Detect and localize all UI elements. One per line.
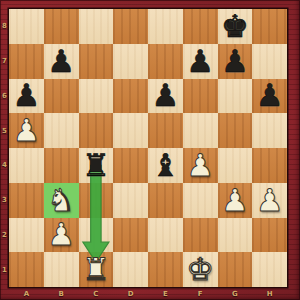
square-c1[interactable]: ♜ [79, 252, 114, 287]
square-e3[interactable] [148, 183, 183, 218]
rank-label-3: 3 [0, 183, 9, 218]
square-e2[interactable] [148, 218, 183, 253]
square-f6[interactable] [183, 79, 218, 114]
square-g1[interactable] [218, 252, 253, 287]
square-f8[interactable] [183, 9, 218, 44]
square-e6[interactable]: ♟ [148, 79, 183, 114]
square-h2[interactable] [252, 218, 287, 253]
square-a1[interactable] [9, 252, 44, 287]
square-d1[interactable] [113, 252, 148, 287]
file-label-c: C [79, 287, 114, 300]
file-label-f: F [183, 287, 218, 300]
square-c6[interactable] [79, 79, 114, 114]
square-b4[interactable] [44, 148, 79, 183]
square-b2[interactable]: ♟ [44, 218, 79, 253]
rank-coordinates: 87654321 [0, 9, 9, 287]
square-d8[interactable] [113, 9, 148, 44]
white-pawn[interactable]: ♟ [256, 185, 284, 216]
square-d3[interactable] [113, 183, 148, 218]
black-king[interactable]: ♚ [221, 11, 249, 42]
square-d6[interactable] [113, 79, 148, 114]
chess-board[interactable]: ♚♟♟♟♟♟♟♟♜♝♟♞♟♟♟♜♚ [9, 9, 287, 287]
square-g4[interactable] [218, 148, 253, 183]
square-d7[interactable] [113, 44, 148, 79]
square-f5[interactable] [183, 113, 218, 148]
rank-label-4: 4 [0, 148, 9, 183]
square-e5[interactable] [148, 113, 183, 148]
white-pawn[interactable]: ♟ [186, 150, 214, 181]
square-b1[interactable] [44, 252, 79, 287]
square-h1[interactable] [252, 252, 287, 287]
square-g7[interactable]: ♟ [218, 44, 253, 79]
square-e1[interactable] [148, 252, 183, 287]
square-a3[interactable] [9, 183, 44, 218]
black-pawn[interactable]: ♟ [221, 46, 249, 77]
square-c2[interactable] [79, 218, 114, 253]
white-king[interactable]: ♚ [186, 254, 214, 285]
square-f3[interactable] [183, 183, 218, 218]
square-b8[interactable] [44, 9, 79, 44]
rank-label-6: 6 [0, 79, 9, 114]
square-b5[interactable] [44, 113, 79, 148]
file-label-d: D [113, 287, 148, 300]
file-label-h: H [252, 287, 287, 300]
file-coordinates: ABCDEFGH [9, 287, 287, 300]
white-pawn[interactable]: ♟ [47, 219, 75, 250]
square-h3[interactable]: ♟ [252, 183, 287, 218]
square-h4[interactable] [252, 148, 287, 183]
square-b6[interactable] [44, 79, 79, 114]
rank-label-1: 1 [0, 252, 9, 287]
file-label-b: B [44, 287, 79, 300]
black-pawn[interactable]: ♟ [12, 80, 40, 111]
file-label-a: A [9, 287, 44, 300]
square-a4[interactable] [9, 148, 44, 183]
square-e7[interactable] [148, 44, 183, 79]
square-g3[interactable]: ♟ [218, 183, 253, 218]
square-f4[interactable]: ♟ [183, 148, 218, 183]
square-d2[interactable] [113, 218, 148, 253]
square-g8[interactable]: ♚ [218, 9, 253, 44]
square-c7[interactable] [79, 44, 114, 79]
square-a6[interactable]: ♟ [9, 79, 44, 114]
rank-label-5: 5 [0, 113, 9, 148]
white-pawn[interactable]: ♟ [221, 185, 249, 216]
rank-label-7: 7 [0, 44, 9, 79]
square-e4[interactable]: ♝ [148, 148, 183, 183]
square-a8[interactable] [9, 9, 44, 44]
square-f2[interactable] [183, 218, 218, 253]
black-pawn[interactable]: ♟ [47, 46, 75, 77]
square-c3[interactable] [79, 183, 114, 218]
square-c8[interactable] [79, 9, 114, 44]
square-a2[interactable] [9, 218, 44, 253]
black-rook[interactable]: ♜ [82, 150, 110, 181]
square-a5[interactable]: ♟ [9, 113, 44, 148]
square-c4[interactable]: ♜ [79, 148, 114, 183]
white-knight[interactable]: ♞ [47, 185, 75, 216]
square-g6[interactable] [218, 79, 253, 114]
square-g2[interactable] [218, 218, 253, 253]
square-d4[interactable] [113, 148, 148, 183]
square-c5[interactable] [79, 113, 114, 148]
square-g5[interactable] [218, 113, 253, 148]
black-pawn[interactable]: ♟ [256, 80, 284, 111]
square-h7[interactable] [252, 44, 287, 79]
white-rook[interactable]: ♜ [82, 254, 110, 285]
square-h8[interactable] [252, 9, 287, 44]
rank-label-2: 2 [0, 218, 9, 253]
square-h5[interactable] [252, 113, 287, 148]
square-a7[interactable] [9, 44, 44, 79]
black-pawn[interactable]: ♟ [186, 46, 214, 77]
black-bishop[interactable]: ♝ [151, 150, 179, 181]
square-f7[interactable]: ♟ [183, 44, 218, 79]
file-label-g: G [218, 287, 253, 300]
square-e8[interactable] [148, 9, 183, 44]
square-b7[interactable]: ♟ [44, 44, 79, 79]
black-pawn[interactable]: ♟ [151, 80, 179, 111]
square-b3[interactable]: ♞ [44, 183, 79, 218]
white-pawn[interactable]: ♟ [12, 115, 40, 146]
rank-label-8: 8 [0, 9, 9, 44]
chessboard-screenshot: ♚♟♟♟♟♟♟♟♜♝♟♞♟♟♟♜♚ 87654321 ABCDEFGH [0, 0, 300, 300]
square-d5[interactable] [113, 113, 148, 148]
file-label-e: E [148, 287, 183, 300]
square-f1[interactable]: ♚ [183, 252, 218, 287]
square-h6[interactable]: ♟ [252, 79, 287, 114]
